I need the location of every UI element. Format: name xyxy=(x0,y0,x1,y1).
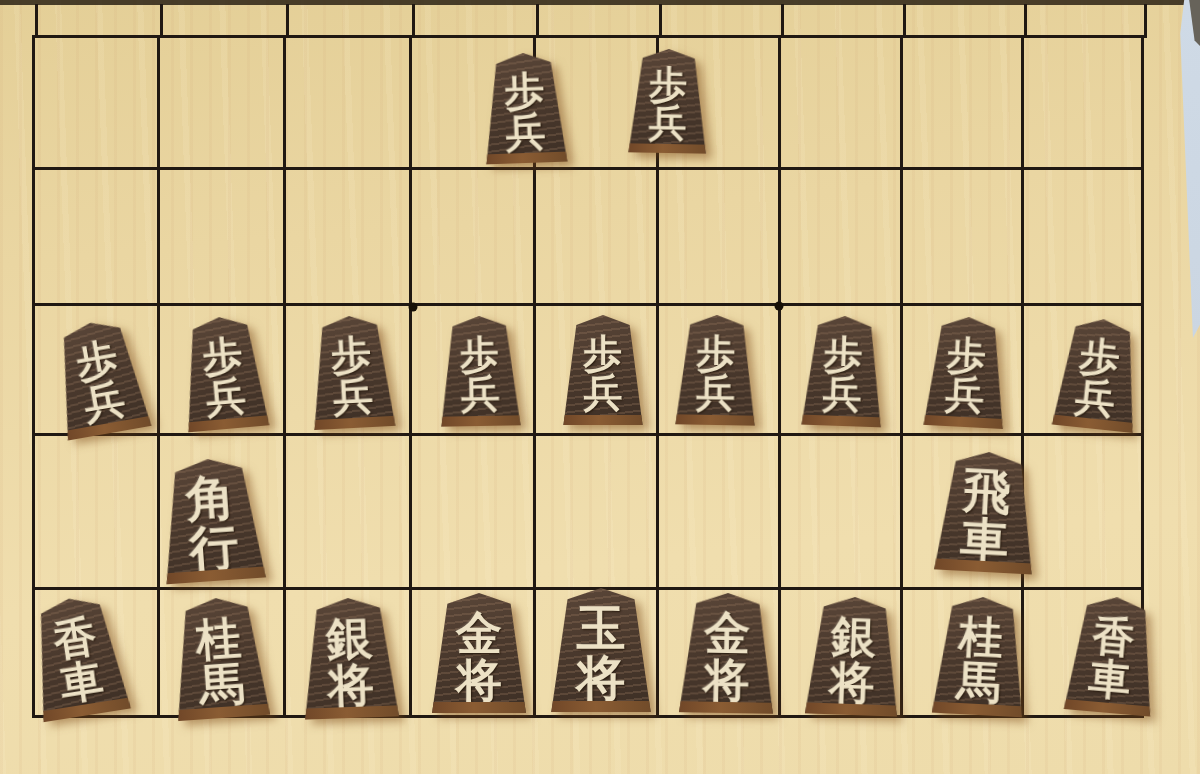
piece-face: 香車 xyxy=(1060,593,1164,717)
star-point-2 xyxy=(775,302,784,311)
piece-face: 歩兵 xyxy=(305,314,399,430)
shogi-piece-knight-2i[interactable]: 桂馬 xyxy=(928,595,1032,718)
shogi-piece-pawn-6g[interactable]: 歩兵 xyxy=(436,315,524,426)
piece-face: 歩兵 xyxy=(436,315,524,426)
shogi-piece-bishop-8h[interactable]: 角行 xyxy=(154,455,270,584)
board-cell-48[interactable] xyxy=(659,436,781,590)
piece-kanji-1: 歩 xyxy=(649,65,688,104)
grid-line-stub-3 xyxy=(412,4,415,38)
board-cell-68[interactable] xyxy=(412,436,536,590)
piece-face: 歩兵 xyxy=(45,315,155,441)
piece-kanji-2: 兵 xyxy=(80,378,128,426)
shogi-piece-lance-9i[interactable]: 香車 xyxy=(21,591,134,723)
piece-kanji-1: 玉 xyxy=(577,604,626,654)
piece-kanji-2: 馬 xyxy=(955,659,1001,706)
shogi-piece-pawn-2g[interactable]: 歩兵 xyxy=(920,315,1012,429)
piece-kanji-1: 金 xyxy=(456,610,502,657)
grid-line-stub-2 xyxy=(286,4,289,38)
shogi-piece-pawn-1g[interactable]: 歩兵 xyxy=(1048,315,1147,434)
grid-line-stub-5 xyxy=(659,4,662,38)
piece-face: 桂馬 xyxy=(928,595,1032,718)
star-point-1 xyxy=(409,303,418,312)
board-cell-26[interactable] xyxy=(903,170,1024,306)
piece-kanji-2: 車 xyxy=(959,515,1009,566)
board-cell-66[interactable] xyxy=(412,170,536,306)
piece-kanji-2: 将 xyxy=(829,659,876,706)
shogi-piece-king-5i[interactable]: 玉将 xyxy=(547,588,655,712)
piece-kanji-2: 兵 xyxy=(1073,375,1117,420)
piece-kanji-2: 将 xyxy=(703,657,750,705)
board-cell-96[interactable] xyxy=(35,170,160,306)
shogi-piece-pawn-4g[interactable]: 歩兵 xyxy=(672,314,760,425)
piece-kanji-2: 兵 xyxy=(584,373,623,413)
shogi-piece-pawn-3g[interactable]: 歩兵 xyxy=(798,315,888,428)
shogi-piece-lance-1i[interactable]: 香車 xyxy=(1060,593,1164,717)
piece-face: 金将 xyxy=(675,592,779,714)
shogi-piece-pawn-6e[interactable]: 歩兵 xyxy=(479,51,571,164)
board-cell-56[interactable] xyxy=(536,170,659,306)
piece-face: 歩兵 xyxy=(625,48,711,153)
shogi-piece-silver-7i[interactable]: 銀将 xyxy=(297,596,403,719)
piece-face: 歩兵 xyxy=(798,315,888,428)
shogi-piece-silver-3i[interactable]: 銀将 xyxy=(801,595,905,716)
piece-face: 歩兵 xyxy=(920,315,1012,429)
piece-kanji-1: 歩 xyxy=(330,334,372,377)
piece-kanji-1: 桂 xyxy=(958,614,1004,661)
piece-kanji-1: 歩 xyxy=(460,334,500,374)
piece-face: 飛車 xyxy=(930,449,1042,574)
piece-kanji-1: 飛 xyxy=(962,466,1012,517)
board-cell-98[interactable] xyxy=(35,436,160,590)
board-cell-75[interactable] xyxy=(286,38,412,170)
shogi-piece-knight-8i[interactable]: 桂馬 xyxy=(166,595,274,722)
piece-kanji-2: 兵 xyxy=(332,374,374,417)
piece-kanji-2: 将 xyxy=(327,661,375,709)
piece-face: 香車 xyxy=(21,591,134,723)
piece-kanji-2: 馬 xyxy=(198,660,246,709)
shogi-piece-pawn-4e[interactable]: 歩兵 xyxy=(625,48,711,153)
piece-kanji-2: 兵 xyxy=(648,104,687,143)
board-cell-78[interactable] xyxy=(286,436,412,590)
grid-line-stub-9 xyxy=(1144,4,1147,38)
board-cell-58[interactable] xyxy=(536,436,659,590)
board-cell-85[interactable] xyxy=(160,38,286,170)
piece-kanji-2: 将 xyxy=(456,657,502,704)
piece-kanji-1: 銀 xyxy=(326,614,374,662)
board-cell-86[interactable] xyxy=(160,170,286,306)
piece-kanji-1: 歩 xyxy=(823,334,863,375)
grid-line-stub-4 xyxy=(536,4,539,38)
board-cell-76[interactable] xyxy=(286,170,412,306)
board-cell-95[interactable] xyxy=(35,38,160,170)
piece-kanji-2: 兵 xyxy=(461,374,501,414)
board-cell-46[interactable] xyxy=(659,170,781,306)
piece-kanji-2: 兵 xyxy=(944,374,985,416)
piece-kanji-2: 行 xyxy=(188,523,240,576)
shogi-piece-pawn-9g[interactable]: 歩兵 xyxy=(45,315,155,441)
shogi-piece-pawn-5g[interactable]: 歩兵 xyxy=(560,315,646,425)
piece-kanji-1: 歩 xyxy=(584,334,623,374)
piece-kanji-2: 車 xyxy=(57,657,106,707)
piece-face: 金将 xyxy=(428,593,530,713)
board-far-edge-line xyxy=(0,0,1192,5)
board-cell-38[interactable] xyxy=(781,436,903,590)
grid-line-stub-1 xyxy=(160,4,163,38)
shogi-board: 歩兵歩兵歩兵歩兵歩兵歩兵歩兵歩兵歩兵歩兵歩兵角行飛車香車桂馬銀将金将玉将金将銀将… xyxy=(0,0,1200,774)
piece-face: 歩兵 xyxy=(1048,315,1147,434)
grid-line-stub-7 xyxy=(903,4,906,38)
piece-face: 角行 xyxy=(154,455,270,584)
shogi-piece-rook-2h[interactable]: 飛車 xyxy=(930,449,1042,574)
piece-kanji-2: 兵 xyxy=(204,375,247,419)
board-cell-25[interactable] xyxy=(903,38,1024,170)
board-cell-36[interactable] xyxy=(781,170,903,306)
piece-kanji-1: 歩 xyxy=(696,333,736,373)
piece-kanji-2: 将 xyxy=(577,654,626,704)
piece-face: 歩兵 xyxy=(479,51,571,164)
board-cell-15[interactable] xyxy=(1024,38,1144,170)
piece-kanji-2: 兵 xyxy=(822,374,862,415)
piece-face: 歩兵 xyxy=(672,314,760,425)
board-cell-35[interactable] xyxy=(781,38,903,170)
board-cell-18[interactable] xyxy=(1024,436,1144,590)
piece-face: 玉将 xyxy=(547,588,655,712)
piece-kanji-1: 銀 xyxy=(830,613,877,660)
piece-face: 銀将 xyxy=(297,596,403,719)
piece-kanji-2: 兵 xyxy=(505,111,546,153)
piece-kanji-2: 車 xyxy=(1087,657,1133,703)
piece-kanji-2: 兵 xyxy=(696,373,736,413)
shogi-piece-gold-4i[interactable]: 金将 xyxy=(675,592,779,714)
piece-kanji-1: 歩 xyxy=(504,70,545,112)
piece-face: 銀将 xyxy=(801,595,905,716)
grid-line-stub-8 xyxy=(1024,4,1027,38)
grid-line-stub-0 xyxy=(35,4,38,38)
shogi-piece-pawn-7g[interactable]: 歩兵 xyxy=(305,314,399,430)
grid-line-stub-6 xyxy=(781,4,784,38)
background-table-edge xyxy=(1178,0,1200,338)
shogi-piece-pawn-8g[interactable]: 歩兵 xyxy=(175,313,272,432)
piece-kanji-1: 金 xyxy=(704,610,751,658)
piece-face: 桂馬 xyxy=(166,595,274,722)
piece-face: 歩兵 xyxy=(175,313,272,432)
shogi-piece-gold-6i[interactable]: 金将 xyxy=(428,593,530,713)
board-cell-16[interactable] xyxy=(1024,170,1144,306)
piece-face: 歩兵 xyxy=(560,315,646,425)
